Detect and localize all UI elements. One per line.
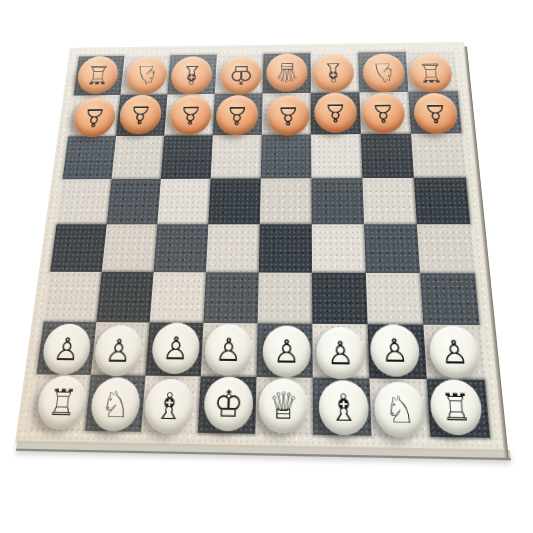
square-g8[interactable]: ♘ bbox=[358, 52, 408, 93]
piece-white-knight[interactable]: ♘ bbox=[374, 382, 427, 438]
piece-white-pawn[interactable]: ♙ bbox=[204, 324, 253, 376]
rook-glyph: ♖ bbox=[439, 388, 473, 426]
square-b1[interactable]: ♘ bbox=[85, 375, 146, 432]
square-f5[interactable] bbox=[311, 178, 364, 224]
square-f8[interactable]: ♗ bbox=[311, 53, 360, 93]
piece-orange-pawn[interactable]: ♙ bbox=[314, 92, 357, 132]
piece-orange-pawn[interactable]: ♙ bbox=[267, 95, 310, 135]
pawn-glyph: ♙ bbox=[128, 102, 153, 127]
pawn-glyph: ♙ bbox=[225, 103, 249, 128]
square-a3[interactable] bbox=[44, 272, 102, 322]
square-c7[interactable]: ♙ bbox=[164, 94, 215, 136]
square-d3[interactable] bbox=[203, 272, 258, 323]
piece-white-pawn[interactable]: ♙ bbox=[428, 326, 481, 379]
piece-white-knight[interactable]: ♘ bbox=[89, 377, 142, 432]
square-f2[interactable]: ♙ bbox=[312, 324, 369, 379]
piece-orange-pawn[interactable]: ♙ bbox=[118, 95, 163, 135]
knight-glyph: ♘ bbox=[133, 62, 160, 88]
pawn-glyph: ♙ bbox=[104, 335, 133, 367]
piece-white-pawn[interactable]: ♙ bbox=[93, 325, 144, 377]
square-c6[interactable] bbox=[161, 135, 213, 179]
knight-glyph: ♘ bbox=[99, 386, 132, 423]
square-a5[interactable] bbox=[57, 179, 112, 224]
piece-white-pawn[interactable]: ♙ bbox=[40, 324, 92, 375]
square-b8[interactable]: ♘ bbox=[120, 55, 170, 95]
square-b2[interactable]: ♙ bbox=[91, 322, 150, 376]
square-b7[interactable]: ♙ bbox=[116, 95, 167, 137]
bishop-glyph: ♗ bbox=[320, 59, 346, 85]
rook-glyph: ♖ bbox=[46, 384, 79, 421]
board-grid: ♖♘♗♔♕♗♘♖♙♙♙♙♙♙♙♙♙♙♙♙♙♙♙♙♖♘♗♔♕♗♘♖ bbox=[29, 51, 490, 438]
square-d6[interactable] bbox=[211, 135, 262, 179]
bishop-glyph: ♗ bbox=[178, 62, 204, 88]
square-c8[interactable]: ♗ bbox=[167, 55, 216, 95]
square-h3[interactable] bbox=[420, 273, 480, 325]
piece-orange-pawn[interactable]: ♙ bbox=[361, 93, 406, 134]
square-g3[interactable] bbox=[366, 273, 424, 325]
pawn-glyph: ♙ bbox=[215, 334, 243, 366]
piece-orange-rook[interactable]: ♖ bbox=[408, 53, 453, 92]
bishop-glyph: ♗ bbox=[328, 389, 359, 427]
rook-glyph: ♖ bbox=[84, 62, 111, 88]
square-e2[interactable]: ♙ bbox=[257, 323, 313, 377]
square-h8[interactable]: ♖ bbox=[406, 51, 458, 92]
square-h4[interactable] bbox=[417, 224, 475, 273]
pawn-glyph: ♙ bbox=[52, 333, 81, 365]
pawn-glyph: ♙ bbox=[423, 101, 449, 126]
rook-glyph: ♖ bbox=[417, 60, 445, 87]
piece-white-pawn[interactable]: ♙ bbox=[370, 324, 421, 377]
square-a4[interactable] bbox=[50, 224, 106, 272]
square-f6[interactable] bbox=[311, 134, 362, 178]
piece-orange-king[interactable]: ♔ bbox=[220, 56, 262, 95]
queen-glyph: ♕ bbox=[268, 387, 298, 425]
piece-white-pawn[interactable]: ♙ bbox=[262, 325, 311, 377]
knight-glyph: ♘ bbox=[370, 60, 397, 86]
king-glyph: ♔ bbox=[228, 62, 254, 88]
square-e6[interactable] bbox=[261, 135, 312, 179]
piece-white-rook[interactable]: ♖ bbox=[35, 375, 89, 429]
square-f1[interactable]: ♗ bbox=[313, 378, 372, 436]
square-f7[interactable]: ♙ bbox=[311, 92, 361, 134]
pawn-glyph: ♙ bbox=[162, 332, 190, 364]
piece-white-bishop[interactable]: ♗ bbox=[143, 379, 195, 434]
square-a2[interactable]: ♙ bbox=[37, 322, 97, 375]
square-g4[interactable] bbox=[364, 224, 420, 273]
piece-white-rook[interactable]: ♖ bbox=[429, 379, 484, 435]
pawn-glyph: ♙ bbox=[273, 335, 300, 367]
square-e4[interactable] bbox=[259, 224, 312, 272]
piece-orange-pawn[interactable]: ♙ bbox=[72, 97, 117, 137]
pawn-glyph: ♙ bbox=[276, 103, 300, 128]
queen-glyph: ♕ bbox=[274, 59, 299, 85]
square-b5[interactable] bbox=[107, 179, 161, 224]
square-e8[interactable]: ♕ bbox=[263, 53, 311, 93]
square-d1[interactable]: ♔ bbox=[198, 376, 257, 433]
pawn-glyph: ♙ bbox=[178, 102, 203, 127]
pawn-glyph: ♙ bbox=[440, 336, 470, 369]
square-f3[interactable] bbox=[312, 273, 368, 325]
square-h6[interactable] bbox=[411, 133, 466, 177]
square-a1[interactable]: ♖ bbox=[29, 374, 91, 431]
square-e7[interactable]: ♙ bbox=[262, 93, 311, 135]
square-h2[interactable]: ♙ bbox=[423, 325, 484, 380]
piece-orange-knight[interactable]: ♘ bbox=[362, 53, 406, 92]
piece-orange-rook[interactable]: ♖ bbox=[76, 56, 120, 94]
piece-white-king[interactable]: ♔ bbox=[203, 376, 254, 431]
piece-white-pawn[interactable]: ♙ bbox=[316, 327, 365, 380]
square-d2[interactable]: ♙ bbox=[201, 323, 258, 377]
square-e1[interactable]: ♕ bbox=[255, 377, 313, 435]
square-g7[interactable]: ♙ bbox=[359, 92, 411, 134]
square-f4[interactable] bbox=[312, 224, 366, 273]
piece-orange-knight[interactable]: ♘ bbox=[125, 56, 169, 94]
square-h7[interactable]: ♙ bbox=[408, 91, 461, 134]
square-g1[interactable]: ♘ bbox=[370, 378, 431, 436]
square-c5[interactable] bbox=[157, 179, 210, 225]
pawn-glyph: ♙ bbox=[371, 100, 396, 125]
square-b6[interactable] bbox=[112, 136, 165, 179]
square-d7[interactable]: ♙ bbox=[213, 93, 263, 135]
square-c2[interactable]: ♙ bbox=[146, 323, 204, 377]
chess-board: ♖♘♗♔♕♗♘♖♙♙♙♙♙♙♙♙♙♙♙♙♙♙♙♙♖♘♗♔♕♗♘♖ bbox=[15, 42, 505, 452]
square-a8[interactable]: ♖ bbox=[74, 56, 125, 96]
pawn-glyph: ♙ bbox=[82, 105, 108, 130]
square-b3[interactable] bbox=[96, 272, 153, 323]
square-d5[interactable] bbox=[208, 179, 260, 225]
square-d4[interactable] bbox=[206, 224, 260, 272]
piece-orange-pawn[interactable]: ♙ bbox=[413, 93, 459, 134]
square-a6[interactable] bbox=[63, 136, 116, 179]
square-g6[interactable] bbox=[361, 134, 414, 178]
king-glyph: ♔ bbox=[213, 385, 244, 422]
piece-orange-pawn[interactable]: ♙ bbox=[169, 95, 213, 135]
square-d8[interactable]: ♔ bbox=[215, 54, 264, 94]
piece-white-pawn[interactable]: ♙ bbox=[150, 323, 200, 375]
pawn-glyph: ♙ bbox=[327, 337, 355, 370]
square-g5[interactable] bbox=[362, 178, 416, 224]
square-c4[interactable] bbox=[154, 224, 209, 272]
square-a7[interactable]: ♙ bbox=[68, 95, 120, 136]
board-photo-stage: ♖♘♗♔♕♗♘♖♙♙♙♙♙♙♙♙♙♙♙♙♙♙♙♙♖♘♗♔♕♗♘♖ bbox=[0, 0, 533, 533]
piece-white-queen[interactable]: ♕ bbox=[258, 378, 308, 433]
piece-orange-bishop[interactable]: ♗ bbox=[170, 56, 213, 94]
square-b4[interactable] bbox=[102, 224, 158, 272]
square-h5[interactable] bbox=[414, 178, 470, 225]
piece-orange-queen[interactable]: ♕ bbox=[266, 53, 307, 92]
square-c3[interactable] bbox=[150, 272, 206, 323]
bishop-glyph: ♗ bbox=[153, 387, 185, 424]
knight-glyph: ♘ bbox=[384, 391, 416, 429]
piece-white-bishop[interactable]: ♗ bbox=[319, 380, 370, 436]
pawn-glyph: ♙ bbox=[381, 334, 410, 367]
pawn-glyph: ♙ bbox=[324, 100, 348, 125]
board-bottom-edge bbox=[16, 441, 511, 460]
square-c1[interactable]: ♗ bbox=[141, 376, 201, 433]
square-h1[interactable]: ♖ bbox=[427, 379, 490, 438]
square-g2[interactable]: ♙ bbox=[368, 324, 427, 379]
piece-orange-bishop[interactable]: ♗ bbox=[312, 53, 354, 92]
square-e5[interactable] bbox=[260, 178, 312, 224]
square-e3[interactable] bbox=[258, 273, 313, 324]
piece-orange-pawn[interactable]: ♙ bbox=[215, 95, 258, 135]
